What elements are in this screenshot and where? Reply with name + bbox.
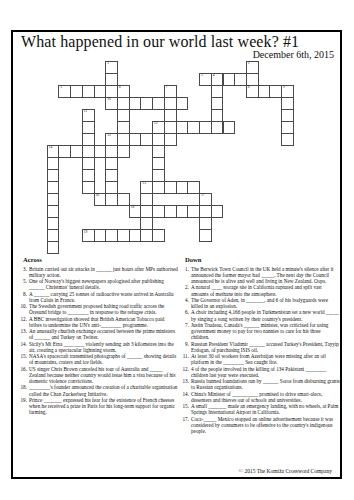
- cell-number: 9: [283, 86, 285, 90]
- clue-text: NASA's spacecraft transmitted photograph…: [29, 353, 178, 366]
- clue-number: 8.: [17, 291, 29, 304]
- clue-number: 19.: [17, 397, 29, 416]
- clue-text: A small _______ made an emergency landin…: [191, 403, 340, 416]
- clue: 13.An unusually churlish exchange occurr…: [17, 328, 178, 341]
- cell-number: 18: [131, 206, 135, 210]
- clue: 14.Sicily's Mt Etna ________ violently s…: [17, 341, 178, 354]
- clue-text: Coca-_____ Mexico stopped an online adve…: [191, 416, 340, 435]
- cell-number: 16: [95, 194, 99, 198]
- cell-number: 2: [248, 62, 250, 66]
- grid-cell[interactable]: [94, 85, 107, 98]
- grid-cell[interactable]: [199, 229, 212, 242]
- across-section: Across 3.Britain carried out air attacks…: [17, 256, 178, 416]
- clue: 5.One of Norway's biggest newspapers apo…: [17, 278, 178, 291]
- clue: 4.The Governor of Aden, in _______, and …: [179, 297, 340, 310]
- cell-number: 14: [49, 146, 53, 150]
- grid-cell[interactable]: [152, 97, 165, 110]
- clue-text: One of Norway's biggest newspapers apolo…: [29, 278, 178, 291]
- cell-number: 4: [213, 74, 215, 78]
- clue: 2.A natural ____ storage site in Califor…: [179, 284, 340, 297]
- grid-cell[interactable]: [223, 121, 236, 134]
- cell-number: 6: [119, 86, 121, 90]
- cell-number: 11: [84, 110, 87, 114]
- grid-cell[interactable]: [140, 133, 153, 146]
- clue-number: 12.: [17, 316, 29, 329]
- grid-cell[interactable]: [187, 205, 200, 218]
- clue-number: 16.: [17, 366, 29, 385]
- clue-text: Justin Trudeau, Canada's ______ minister…: [191, 322, 340, 341]
- clue: 8.A ______ carrying 25 tonnes of radioac…: [17, 291, 178, 304]
- clue: 1.The Berwick Town Council in the UK hel…: [179, 266, 340, 285]
- clue: 3.Britain carried out air attacks in ___…: [17, 266, 178, 279]
- clue-text: Sicily's Mt Etna ________ violently send…: [29, 341, 178, 354]
- clue-text: Russian President Vladimir ______ accuse…: [191, 341, 340, 354]
- cell-number: 13: [107, 134, 111, 138]
- clue-number: 6.: [179, 309, 191, 322]
- clue-number: 4.: [179, 297, 191, 310]
- grid-cell[interactable]: [164, 133, 177, 146]
- clue-number: 15.: [17, 353, 29, 366]
- clue: 12.4 of the people involved in the killi…: [179, 366, 340, 379]
- grid-cell[interactable]: [211, 205, 224, 218]
- clue: 15.A small _______ made an emergency lan…: [179, 403, 340, 416]
- clue: 12.A BBC investigation showed that Briti…: [17, 316, 178, 329]
- clue: 17.Coca-_____ Mexico stopped an online a…: [179, 416, 340, 435]
- clue: 18.________'s founder announced the crea…: [17, 384, 178, 397]
- cell-number: 19: [84, 231, 88, 235]
- clue-text: A choir including 4,166 people in Turkme…: [191, 309, 340, 322]
- grid-cell[interactable]: [176, 97, 189, 110]
- clue-number: 10.: [17, 303, 29, 316]
- clue: 9.Russian President Vladimir ______ accu…: [179, 341, 340, 354]
- clue-number: 12.: [179, 366, 191, 379]
- grid-cell[interactable]: 18: [129, 205, 142, 218]
- grid-cell[interactable]: [70, 145, 83, 158]
- clue-number: 3.: [17, 266, 29, 279]
- clue: 14.China's Minister of __________ promis…: [179, 391, 340, 404]
- clue-text: ________'s founder announced the creatio…: [29, 384, 178, 397]
- grid-cell[interactable]: [234, 73, 247, 86]
- clue-text: A ______ carrying 25 tonnes of radioacti…: [29, 291, 178, 304]
- grid-cell[interactable]: [129, 229, 142, 242]
- grid-cell[interactable]: [281, 133, 294, 146]
- down-section: Down 1.The Berwick Town Council in the U…: [179, 256, 340, 434]
- clue: 16.US singer Chris Brown canceled his to…: [17, 366, 178, 385]
- clue: 11.At least 30 oil workers from Azerbaij…: [179, 353, 340, 366]
- cell-number: 10: [107, 98, 111, 102]
- cell-number: 15: [142, 182, 146, 186]
- clue-text: A natural ____ storage site in Californi…: [191, 284, 340, 297]
- clue-text: Britain carried out air attacks in _____…: [29, 266, 178, 279]
- clue-number: 14.: [17, 341, 29, 354]
- clue-number: 5.: [17, 278, 29, 291]
- cell-number: 3: [201, 74, 203, 78]
- clue-number: 7.: [179, 322, 191, 341]
- grid-cell[interactable]: [152, 229, 165, 242]
- clue: 6.A choir including 4,166 people in Turk…: [179, 309, 340, 322]
- puzzle-page: What happened in our world last week? #1…: [11, 30, 342, 479]
- down-clue-list: 1.The Berwick Town Council in the UK hel…: [179, 266, 340, 435]
- clue-text: The Governor of Aden, in _______, and 6 …: [191, 297, 340, 310]
- clue-number: 1.: [179, 266, 191, 285]
- crossword-grid: 11028345679111213141516171819: [13, 32, 340, 262]
- cell-number: 8: [248, 86, 250, 90]
- clue: 13.Russia banned foundations run by ____…: [179, 378, 340, 391]
- clue-text: Russia banned foundations run by ______ …: [191, 378, 340, 391]
- clue-text: The Swedish government proposed halting …: [29, 303, 178, 316]
- clue-number: 17.: [179, 416, 191, 435]
- clue: 10.The Swedish government proposed halti…: [17, 303, 178, 316]
- clue-number: 14.: [179, 391, 191, 404]
- down-header: Down: [185, 256, 340, 263]
- grid-cell[interactable]: 16: [94, 193, 107, 206]
- across-clue-list: 3.Britain carried out air attacks in ___…: [17, 266, 178, 416]
- clue-text: China's Minister of __________ promised …: [191, 391, 340, 404]
- footer-copyright: © 2015 The Komiža Crossword Company: [239, 468, 332, 474]
- clue-text: An unusually churlish exchange occurred …: [29, 328, 178, 341]
- clue-text: Prince _______ expressed his fear for th…: [29, 397, 178, 416]
- clue-text: A BBC investigation showed that British …: [29, 316, 178, 329]
- clue-text: The Berwick Town Council in the UK held …: [191, 266, 340, 285]
- clue-number: 13.: [17, 328, 29, 341]
- grid-cell[interactable]: [117, 145, 130, 158]
- clue-number: 18.: [17, 384, 29, 397]
- grid-cell[interactable]: [94, 145, 107, 158]
- clue-number: 13.: [179, 378, 191, 391]
- cell-number: 12: [154, 122, 158, 126]
- clue-number: 2.: [179, 284, 191, 297]
- cell-number: 1: [107, 62, 109, 66]
- cell-number: 7: [166, 86, 168, 90]
- clue: 19.Prince _______ expressed his fear for…: [17, 397, 178, 416]
- grid-cell[interactable]: [199, 121, 212, 134]
- clue-number: 11.: [179, 353, 191, 366]
- cell-number: 17: [201, 194, 205, 198]
- across-header: Across: [23, 256, 178, 263]
- grid-cell[interactable]: [47, 241, 60, 254]
- clue: 15.NASA's spacecraft transmitted photogr…: [17, 353, 178, 366]
- clue-number: 9.: [179, 341, 191, 354]
- clue: 7.Justin Trudeau, Canada's ______ minist…: [179, 322, 340, 341]
- clue-number: 15.: [179, 403, 191, 416]
- cell-number: 5: [60, 86, 62, 90]
- clue-text: At least 30 oil workers from Azerbaijan …: [191, 353, 340, 366]
- clue-text: 4 of the people involved in the killing …: [191, 366, 340, 379]
- clue-text: US singer Chris Brown canceled his tour …: [29, 366, 178, 385]
